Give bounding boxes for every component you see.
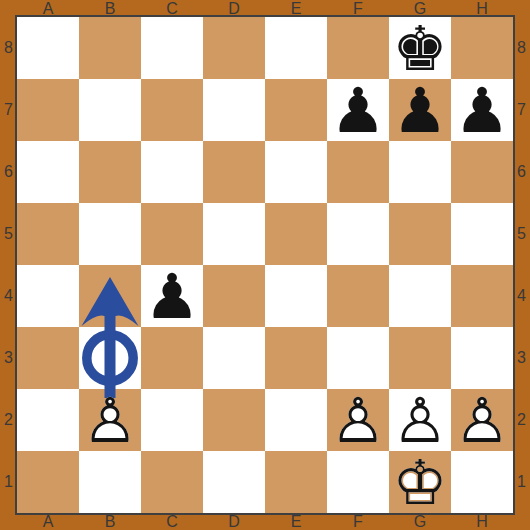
- square-h3[interactable]: [451, 327, 513, 389]
- square-b1[interactable]: [79, 451, 141, 513]
- square-h4[interactable]: [451, 265, 513, 327]
- white-king-g1[interactable]: ♚♔: [389, 451, 451, 513]
- file-labels-bottom-item: B: [79, 513, 141, 530]
- square-f8[interactable]: [327, 17, 389, 79]
- square-e1[interactable]: [265, 451, 327, 513]
- file-labels-bottom-item: A: [17, 513, 79, 530]
- square-b6[interactable]: [79, 141, 141, 203]
- rank-labels-left-item: 2: [0, 389, 17, 451]
- square-h1[interactable]: [451, 451, 513, 513]
- square-e8[interactable]: [265, 17, 327, 79]
- square-g5[interactable]: [389, 203, 451, 265]
- square-c2[interactable]: [141, 389, 203, 451]
- file-labels-top-item: F: [327, 0, 389, 17]
- white-pawn-g2[interactable]: ♟♙: [389, 389, 451, 451]
- black-pawn-h7[interactable]: ♟: [451, 79, 513, 141]
- square-d5[interactable]: [203, 203, 265, 265]
- piece-glyph: ♚: [389, 18, 451, 80]
- square-e3[interactable]: [265, 327, 327, 389]
- square-d7[interactable]: [203, 79, 265, 141]
- black-pawn-c4[interactable]: ♟: [141, 265, 203, 327]
- square-b8[interactable]: [79, 17, 141, 79]
- square-a2[interactable]: [17, 389, 79, 451]
- square-a1[interactable]: [17, 451, 79, 513]
- rank-labels-right-item: 6: [513, 141, 530, 203]
- rank-labels-left-item: 6: [0, 141, 17, 203]
- rank-labels-right-item: 3: [513, 327, 530, 389]
- piece-glyph: ♟: [451, 80, 513, 142]
- piece-outline-glyph: ♔: [389, 452, 451, 514]
- square-d4[interactable]: [203, 265, 265, 327]
- square-a8[interactable]: [17, 17, 79, 79]
- file-labels-top-item: H: [451, 0, 513, 17]
- white-pawn-h2[interactable]: ♟♙: [451, 389, 513, 451]
- piece-outline-glyph: ♙: [327, 390, 389, 452]
- square-c8[interactable]: [141, 17, 203, 79]
- piece-outline-glyph: ♙: [389, 390, 451, 452]
- file-labels-top-item: C: [141, 0, 203, 17]
- square-b4[interactable]: [79, 265, 141, 327]
- rank-labels-left-item: 3: [0, 327, 17, 389]
- white-pawn-b2[interactable]: ♟♙: [79, 389, 141, 451]
- square-a4[interactable]: [17, 265, 79, 327]
- square-h5[interactable]: [451, 203, 513, 265]
- square-g4[interactable]: [389, 265, 451, 327]
- rank-labels-left-item: 7: [0, 79, 17, 141]
- file-labels-top-item: E: [265, 0, 327, 17]
- square-f1[interactable]: [327, 451, 389, 513]
- square-d2[interactable]: [203, 389, 265, 451]
- file-labels-bottom-item: D: [203, 513, 265, 530]
- black-king-g8[interactable]: ♚: [389, 17, 451, 79]
- rank-labels-right-item: 2: [513, 389, 530, 451]
- rank-labels-right-item: 5: [513, 203, 530, 265]
- square-e7[interactable]: [265, 79, 327, 141]
- square-d1[interactable]: [203, 451, 265, 513]
- square-e5[interactable]: [265, 203, 327, 265]
- square-h6[interactable]: [451, 141, 513, 203]
- square-g6[interactable]: [389, 141, 451, 203]
- square-e6[interactable]: [265, 141, 327, 203]
- piece-glyph: ♟: [327, 80, 389, 142]
- square-a7[interactable]: [17, 79, 79, 141]
- rank-labels-left-item: 8: [0, 17, 17, 79]
- square-d8[interactable]: [203, 17, 265, 79]
- rank-labels-right-item: 8: [513, 17, 530, 79]
- black-pawn-f7[interactable]: ♟: [327, 79, 389, 141]
- piece-glyph: ♟: [141, 266, 203, 328]
- square-c1[interactable]: [141, 451, 203, 513]
- file-labels-bottom-item: C: [141, 513, 203, 530]
- square-a3[interactable]: [17, 327, 79, 389]
- rank-labels-right: 87654321: [513, 17, 530, 513]
- square-b7[interactable]: [79, 79, 141, 141]
- rank-labels-left-item: 1: [0, 451, 17, 513]
- piece-outline-glyph: ♙: [79, 390, 141, 452]
- rank-labels-left: 87654321: [0, 17, 17, 513]
- square-g3[interactable]: [389, 327, 451, 389]
- square-c3[interactable]: [141, 327, 203, 389]
- rank-labels-right-item: 7: [513, 79, 530, 141]
- square-d6[interactable]: [203, 141, 265, 203]
- square-d3[interactable]: [203, 327, 265, 389]
- square-f6[interactable]: [327, 141, 389, 203]
- square-f5[interactable]: [327, 203, 389, 265]
- white-pawn-f2[interactable]: ♟♙: [327, 389, 389, 451]
- piece-glyph: ♟: [389, 80, 451, 142]
- rank-labels-left-item: 4: [0, 265, 17, 327]
- square-e2[interactable]: [265, 389, 327, 451]
- black-pawn-g7[interactable]: ♟: [389, 79, 451, 141]
- file-labels-top-item: A: [17, 0, 79, 17]
- rank-labels-right-item: 4: [513, 265, 530, 327]
- file-labels-top-item: D: [203, 0, 265, 17]
- square-b3[interactable]: [79, 327, 141, 389]
- square-c5[interactable]: [141, 203, 203, 265]
- square-b5[interactable]: [79, 203, 141, 265]
- file-labels-bottom-item: F: [327, 513, 389, 530]
- square-c7[interactable]: [141, 79, 203, 141]
- rank-labels-left-item: 5: [0, 203, 17, 265]
- piece-outline-glyph: ♙: [451, 390, 513, 452]
- file-labels-top-item: B: [79, 0, 141, 17]
- square-c6[interactable]: [141, 141, 203, 203]
- file-labels-bottom-item: H: [451, 513, 513, 530]
- file-labels-bottom-item: E: [265, 513, 327, 530]
- chess-diagram: ABCDEFGH ABCDEFGH 87654321 87654321 ♚♟♟♟…: [0, 0, 530, 530]
- square-f3[interactable]: [327, 327, 389, 389]
- square-a5[interactable]: [17, 203, 79, 265]
- rank-labels-right-item: 1: [513, 451, 530, 513]
- square-a6[interactable]: [17, 141, 79, 203]
- square-e4[interactable]: [265, 265, 327, 327]
- square-f4[interactable]: [327, 265, 389, 327]
- square-h8[interactable]: [451, 17, 513, 79]
